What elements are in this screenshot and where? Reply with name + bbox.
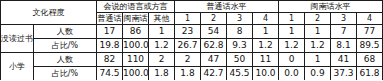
table-frame: 文化程度 会说的语言或方言 普通话水平 闽南话水平 普通话 闽南话 其他 1 2… — [0, 0, 383, 80]
data-cell: 1 — [253, 25, 279, 39]
data-cell: 100.0 — [123, 67, 149, 81]
rowgroup-label-no-schooling: 没读过书 — [1, 25, 34, 53]
data-cell: 9.3 — [227, 39, 253, 53]
data-cell: 41 — [331, 53, 357, 67]
data-cell: 1.8 — [149, 67, 175, 81]
data-cell: 11 — [253, 53, 279, 67]
data-cell: 8.1 — [331, 39, 357, 53]
data-cell: 1 — [305, 25, 331, 39]
data-cell: 62.8 — [201, 39, 227, 53]
data-cell: 47 — [201, 53, 227, 67]
data-cell: 89.5 — [357, 39, 383, 53]
data-cell: 1.2 — [253, 39, 279, 53]
col-header-mandarin-2: 2 — [201, 13, 227, 25]
data-cell: 110 — [123, 53, 149, 67]
data-cell: 1.2 — [279, 39, 305, 53]
data-cell: 77 — [357, 25, 383, 39]
data-cell: 100.0 — [123, 39, 149, 53]
data-cell: 10.0 — [253, 67, 279, 81]
data-cell: 17 — [97, 25, 123, 39]
col-header-minnan-4: 4 — [357, 13, 383, 25]
corner-header-education-level: 文化程度 — [1, 1, 97, 25]
data-cell: 54 — [201, 25, 227, 39]
data-cell: 2 — [149, 53, 175, 67]
data-cell: 45.5 — [227, 67, 253, 81]
data-cell: 82 — [97, 53, 123, 67]
data-cell: 74.5 — [97, 67, 123, 81]
data-cell: 23 — [175, 25, 201, 39]
data-cell: 1 — [149, 25, 175, 39]
data-cell: 50 — [227, 53, 253, 67]
col-header-minnan-1: 1 — [279, 13, 305, 25]
education-language-table: 文化程度 会说的语言或方言 普通话水平 闽南话水平 普通话 闽南话 其他 1 2… — [0, 0, 383, 80]
data-cell: 61.8 — [357, 67, 383, 81]
data-cell: 26.7 — [175, 39, 201, 53]
data-cell: 1 — [305, 53, 331, 67]
col-header-minnan: 闽南话 — [123, 13, 149, 25]
rowgroup-label-primary-school: 小学 — [1, 53, 34, 81]
data-cell: 1.2 — [305, 39, 331, 53]
data-cell: 8 — [227, 25, 253, 39]
group-header-minnan-level: 闽南话水平 — [279, 1, 383, 13]
data-cell: 2 — [175, 53, 201, 67]
group-header-mandarin-level: 普通话水平 — [175, 1, 279, 13]
data-cell: 68 — [357, 53, 383, 67]
col-header-mandarin: 普通话 — [97, 13, 123, 25]
data-cell: 37.3 — [331, 67, 357, 81]
group-header-languages-spoken: 会说的语言或方言 — [97, 1, 175, 13]
data-cell: 42.7 — [201, 67, 227, 81]
col-header-mandarin-3: 3 — [227, 13, 253, 25]
data-cell: 0.9 — [305, 67, 331, 81]
row-label-percent: 占比/% — [34, 67, 97, 81]
col-header-minnan-2: 2 — [305, 13, 331, 25]
row-label-percent: 占比/% — [34, 39, 97, 53]
col-header-minnan-3: 3 — [331, 13, 357, 25]
data-cell: 1.2 — [149, 39, 175, 53]
data-cell: 19.8 — [97, 39, 123, 53]
col-header-other: 其他 — [149, 13, 175, 25]
col-header-mandarin-4: 4 — [253, 13, 279, 25]
data-cell: 0.0 — [279, 67, 305, 81]
data-cell: 7 — [331, 25, 357, 39]
row-label-count: 人数 — [34, 25, 97, 39]
col-header-mandarin-1: 1 — [175, 13, 201, 25]
row-label-count: 人数 — [34, 53, 97, 67]
data-cell: 1 — [279, 25, 305, 39]
data-cell: 86 — [123, 25, 149, 39]
data-cell: 0 — [279, 53, 305, 67]
data-cell: 1.8 — [175, 67, 201, 81]
